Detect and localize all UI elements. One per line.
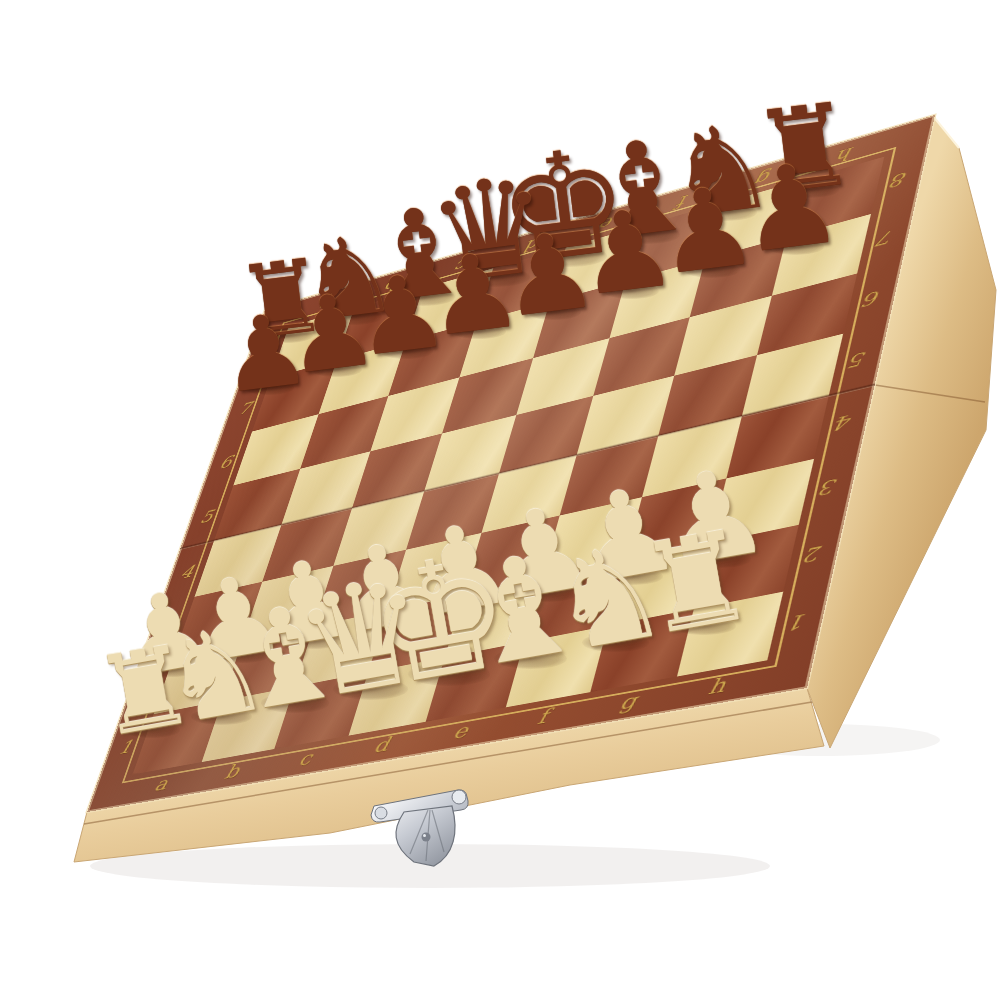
clasp-hook-knob xyxy=(452,790,466,804)
chess-set-photo: aabbccddeeffgghh1122334455667788 ♜♞♝♟♚♟♛… xyxy=(0,0,1002,1002)
clasp-screw-glint xyxy=(423,834,426,837)
clasp-screw xyxy=(422,833,431,842)
clasp-hinge-knob xyxy=(375,807,387,819)
